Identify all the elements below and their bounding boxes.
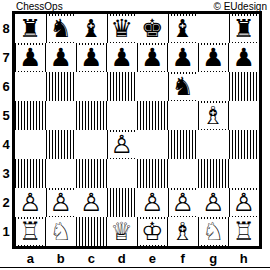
piece-black-pawn: ♟ xyxy=(108,45,136,71)
piece-black-queen: ♛ xyxy=(108,16,136,42)
square-f1: ♗ xyxy=(168,217,199,246)
piece-black-pawn: ♟ xyxy=(16,45,44,71)
square-c3 xyxy=(76,159,107,188)
file-label-e: e xyxy=(137,250,168,266)
piece-black-pawn: ♟ xyxy=(169,45,197,71)
bottom-rule xyxy=(0,267,270,268)
piece-white-pawn: ♙ xyxy=(169,190,197,216)
square-a3 xyxy=(15,159,46,188)
square-d4: ♙ xyxy=(107,130,138,159)
file-label-h: h xyxy=(229,250,260,266)
file-label-a: a xyxy=(15,250,46,266)
square-e5 xyxy=(137,101,168,130)
piece-white-king: ♔ xyxy=(138,219,166,245)
rank-label-6: 6 xyxy=(0,72,12,101)
file-labels: abcdefgh xyxy=(15,250,259,266)
square-e7: ♟ xyxy=(137,43,168,72)
piece-white-knight: ♘ xyxy=(47,219,75,245)
square-e6 xyxy=(137,72,168,101)
square-b8: ♞ xyxy=(46,14,77,43)
piece-black-pawn: ♟ xyxy=(77,45,105,71)
file-label-c: c xyxy=(76,250,107,266)
piece-white-rook: ♖ xyxy=(16,219,44,245)
square-h7: ♟ xyxy=(229,43,260,72)
rank-label-5: 5 xyxy=(0,101,12,130)
square-d1: ♕ xyxy=(107,217,138,246)
piece-white-pawn: ♙ xyxy=(77,190,105,216)
square-c1 xyxy=(76,217,107,246)
square-b1: ♘ xyxy=(46,217,77,246)
square-f4 xyxy=(168,130,199,159)
square-h5 xyxy=(229,101,260,130)
square-d7: ♟ xyxy=(107,43,138,72)
rank-label-4: 4 xyxy=(0,130,12,159)
square-c2: ♙ xyxy=(76,188,107,217)
square-a6 xyxy=(15,72,46,101)
piece-white-knight: ♘ xyxy=(199,219,227,245)
square-f2: ♙ xyxy=(168,188,199,217)
square-g7: ♟ xyxy=(198,43,229,72)
square-a7: ♟ xyxy=(15,43,46,72)
square-f3 xyxy=(168,159,199,188)
square-a2: ♙ xyxy=(15,188,46,217)
square-e3 xyxy=(137,159,168,188)
rank-label-1: 1 xyxy=(0,217,12,246)
piece-white-pawn: ♙ xyxy=(16,190,44,216)
square-h6 xyxy=(229,72,260,101)
square-e2: ♙ xyxy=(137,188,168,217)
square-e1: ♔ xyxy=(137,217,168,246)
chess-board: ♜♞♝♛♚♝♜♟♟♟♟♟♟♟♟♞♗♙♙♙♙♙♙♙♙♖♘♕♔♗♘♖ xyxy=(12,11,262,249)
square-d3 xyxy=(107,159,138,188)
piece-black-pawn: ♟ xyxy=(230,45,258,71)
piece-white-bishop: ♗ xyxy=(169,219,197,245)
square-a8: ♜ xyxy=(15,14,46,43)
square-c8: ♝ xyxy=(76,14,107,43)
square-d5 xyxy=(107,101,138,130)
rank-labels: 87654321 xyxy=(0,14,12,246)
square-g4 xyxy=(198,130,229,159)
file-label-g: g xyxy=(198,250,229,266)
piece-white-queen: ♕ xyxy=(108,219,136,245)
square-c4 xyxy=(76,130,107,159)
rank-label-8: 8 xyxy=(0,14,12,43)
piece-black-bishop: ♝ xyxy=(169,16,197,42)
piece-black-pawn: ♟ xyxy=(199,45,227,71)
piece-white-pawn: ♙ xyxy=(47,190,75,216)
piece-white-bishop: ♗ xyxy=(199,103,227,129)
piece-black-bishop: ♝ xyxy=(77,16,105,42)
piece-black-knight: ♞ xyxy=(169,74,197,100)
square-a5 xyxy=(15,101,46,130)
square-h2: ♙ xyxy=(229,188,260,217)
rank-label-3: 3 xyxy=(0,159,12,188)
piece-white-pawn: ♙ xyxy=(138,190,166,216)
square-e8: ♚ xyxy=(137,14,168,43)
square-h1: ♖ xyxy=(229,217,260,246)
piece-white-pawn: ♙ xyxy=(230,190,258,216)
square-h8: ♜ xyxy=(229,14,260,43)
piece-white-pawn: ♙ xyxy=(199,190,227,216)
square-b3 xyxy=(46,159,77,188)
rank-label-7: 7 xyxy=(0,43,12,72)
piece-white-pawn: ♙ xyxy=(108,132,136,158)
square-b6 xyxy=(46,72,77,101)
square-g1: ♘ xyxy=(198,217,229,246)
square-c5 xyxy=(76,101,107,130)
piece-black-king: ♚ xyxy=(138,16,166,42)
piece-black-rook: ♜ xyxy=(230,16,258,42)
square-g2: ♙ xyxy=(198,188,229,217)
square-a4 xyxy=(15,130,46,159)
square-h3 xyxy=(229,159,260,188)
square-b2: ♙ xyxy=(46,188,77,217)
square-a1: ♖ xyxy=(15,217,46,246)
piece-black-rook: ♜ xyxy=(16,16,44,42)
square-d2 xyxy=(107,188,138,217)
file-label-d: d xyxy=(107,250,138,266)
square-b7: ♟ xyxy=(46,43,77,72)
square-f8: ♝ xyxy=(168,14,199,43)
square-d8: ♛ xyxy=(107,14,138,43)
piece-black-pawn: ♟ xyxy=(47,45,75,71)
square-e4 xyxy=(137,130,168,159)
square-h4 xyxy=(229,130,260,159)
square-d6 xyxy=(107,72,138,101)
square-c6 xyxy=(76,72,107,101)
square-b4 xyxy=(46,130,77,159)
board-grid: ♜♞♝♛♚♝♜♟♟♟♟♟♟♟♟♞♗♙♙♙♙♙♙♙♙♖♘♕♔♗♘♖ xyxy=(15,14,259,246)
square-g8 xyxy=(198,14,229,43)
piece-white-rook: ♖ xyxy=(230,219,258,245)
file-label-b: b xyxy=(46,250,77,266)
square-b5 xyxy=(46,101,77,130)
file-label-f: f xyxy=(168,250,199,266)
piece-black-knight: ♞ xyxy=(47,16,75,42)
square-c7: ♟ xyxy=(76,43,107,72)
square-g5: ♗ xyxy=(198,101,229,130)
square-f6: ♞ xyxy=(168,72,199,101)
square-g3 xyxy=(198,159,229,188)
square-f7: ♟ xyxy=(168,43,199,72)
square-g6 xyxy=(198,72,229,101)
rank-label-2: 2 xyxy=(0,188,12,217)
square-f5 xyxy=(168,101,199,130)
piece-black-pawn: ♟ xyxy=(138,45,166,71)
